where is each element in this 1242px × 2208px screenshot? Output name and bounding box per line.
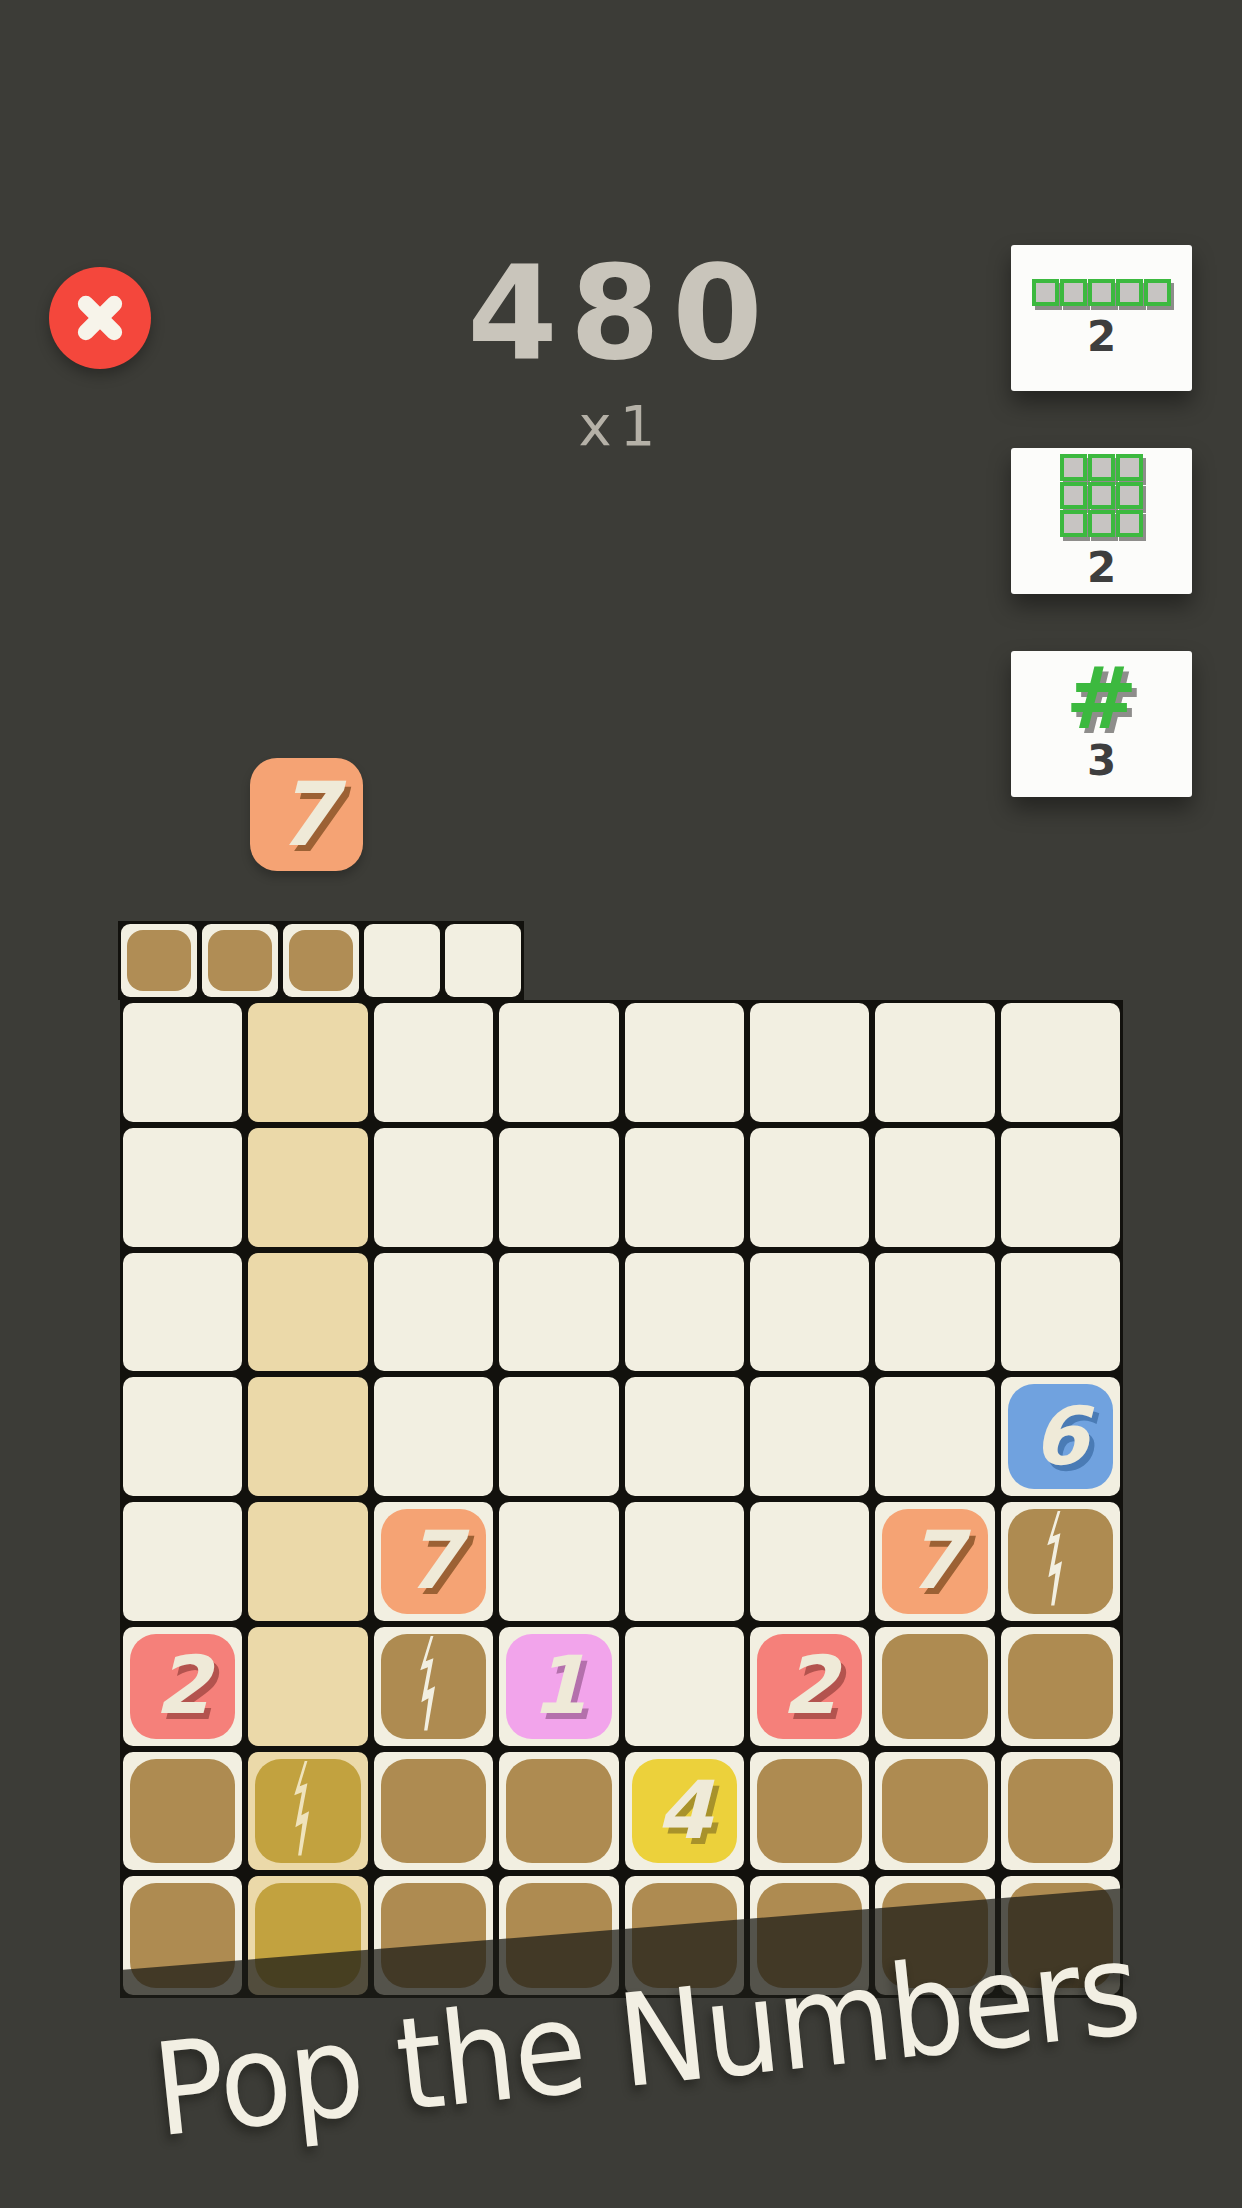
board-cell[interactable] (875, 1627, 994, 1746)
cracked-brown-block (381, 1634, 486, 1739)
board-cell[interactable]: 7 (374, 1502, 493, 1621)
preview-strip (118, 921, 524, 1000)
board-cell[interactable] (625, 1128, 744, 1247)
powerup-count: 3 (1087, 740, 1116, 782)
game-screen: 480 x1 2 2 # 3 7 6772124 Pop (0, 0, 1242, 2208)
board-cell[interactable] (875, 1253, 994, 1372)
powerup-hash-button[interactable]: # 3 (1011, 651, 1192, 797)
board-cell[interactable] (1001, 1627, 1120, 1746)
preview-brown-block (289, 930, 353, 991)
brown-block (882, 1634, 987, 1739)
falling-piece[interactable]: 7 (250, 758, 363, 871)
board-cell[interactable] (248, 1253, 367, 1372)
board-cell[interactable] (123, 1003, 242, 1122)
board-cell[interactable] (123, 1502, 242, 1621)
board-cell[interactable] (750, 1377, 869, 1496)
number-block-7: 7 (381, 1509, 486, 1614)
board-cell[interactable] (625, 1253, 744, 1372)
falling-piece-value: 7 (276, 771, 337, 859)
board-cell[interactable] (374, 1627, 493, 1746)
board-cell[interactable] (248, 1752, 367, 1871)
board-cell[interactable] (374, 1128, 493, 1247)
board-cell[interactable] (1001, 1253, 1120, 1372)
board-cell[interactable] (248, 1377, 367, 1496)
grid-3x3-icon (1060, 454, 1143, 537)
hash-icon: # (1065, 666, 1137, 730)
board-cell[interactable] (875, 1128, 994, 1247)
board-cell[interactable] (123, 1128, 242, 1247)
board-cell[interactable] (499, 1502, 618, 1621)
preview-cell (202, 924, 278, 997)
board-cell[interactable] (625, 1003, 744, 1122)
board-cell[interactable] (625, 1377, 744, 1496)
board-cell[interactable] (1001, 1502, 1120, 1621)
board-cell[interactable] (374, 1003, 493, 1122)
board: 6772124 (120, 1000, 1123, 1998)
board-cell[interactable] (374, 1377, 493, 1496)
board-cell[interactable]: 7 (875, 1502, 994, 1621)
board-cell[interactable] (1001, 1003, 1120, 1122)
board-cell[interactable] (625, 1627, 744, 1746)
board-cell[interactable] (875, 1377, 994, 1496)
board-cell[interactable]: 6 (1001, 1377, 1120, 1496)
powerup-panel: 2 2 # 3 (1011, 245, 1192, 797)
board-cell[interactable] (499, 1128, 618, 1247)
board-cell[interactable] (248, 1003, 367, 1122)
board-cell[interactable]: 2 (123, 1627, 242, 1746)
preview-cell (445, 924, 521, 997)
brown-block (130, 1759, 235, 1864)
powerup-line5-button[interactable]: 2 (1011, 245, 1192, 391)
preview-cell (283, 924, 359, 997)
board-cell[interactable] (374, 1253, 493, 1372)
cracked-brown-block (255, 1759, 360, 1864)
board-cell[interactable] (248, 1876, 367, 1995)
board-cell[interactable] (750, 1253, 869, 1372)
preview-brown-block (127, 930, 191, 991)
number-block-1: 1 (506, 1634, 611, 1739)
cracked-brown-block (1008, 1509, 1113, 1614)
brown-block (381, 1759, 486, 1864)
board-cell[interactable] (1001, 1752, 1120, 1871)
brown-block (130, 1883, 235, 1988)
board-cell[interactable] (499, 1003, 618, 1122)
board-cell[interactable]: 2 (750, 1627, 869, 1746)
board-cell[interactable] (875, 1752, 994, 1871)
board-cell[interactable] (374, 1876, 493, 1995)
board-cell[interactable] (750, 1128, 869, 1247)
powerup-count: 2 (1087, 547, 1116, 589)
number-block-4: 4 (632, 1759, 737, 1864)
board-cell[interactable] (248, 1502, 367, 1621)
brown-block (381, 1883, 486, 1988)
board-cell[interactable] (123, 1876, 242, 1995)
board-cell[interactable] (750, 1502, 869, 1621)
board-cell[interactable] (499, 1377, 618, 1496)
powerup-count: 2 (1087, 316, 1116, 358)
board-cell[interactable]: 1 (499, 1627, 618, 1746)
board-cell[interactable] (123, 1377, 242, 1496)
preview-brown-block (208, 930, 272, 991)
board-cell[interactable] (123, 1253, 242, 1372)
brown-block (1008, 1634, 1113, 1739)
board-cell[interactable] (248, 1627, 367, 1746)
brown-block (1008, 1759, 1113, 1864)
row-of-5-blocks-icon (1032, 279, 1171, 306)
board-cell[interactable] (750, 1003, 869, 1122)
board-cell[interactable] (1001, 1128, 1120, 1247)
number-block-2: 2 (757, 1634, 862, 1739)
board-cell[interactable] (123, 1752, 242, 1871)
number-block-6: 6 (1008, 1384, 1113, 1489)
preview-cell (121, 924, 197, 997)
board-cell[interactable] (625, 1502, 744, 1621)
powerup-grid3x3-button[interactable]: 2 (1011, 448, 1192, 594)
brown-block (757, 1759, 862, 1864)
board-cell[interactable] (499, 1752, 618, 1871)
brown-block (255, 1883, 360, 1988)
board-cell[interactable]: 4 (625, 1752, 744, 1871)
board-cell[interactable] (499, 1253, 618, 1372)
board-cell[interactable] (248, 1128, 367, 1247)
brown-block (506, 1759, 611, 1864)
number-block-7: 7 (882, 1509, 987, 1614)
preview-cell (364, 924, 440, 997)
board-cell[interactable] (750, 1752, 869, 1871)
board-cell[interactable] (875, 1003, 994, 1122)
number-block-2: 2 (130, 1634, 235, 1739)
brown-block (882, 1759, 987, 1864)
board-cell[interactable] (374, 1752, 493, 1871)
